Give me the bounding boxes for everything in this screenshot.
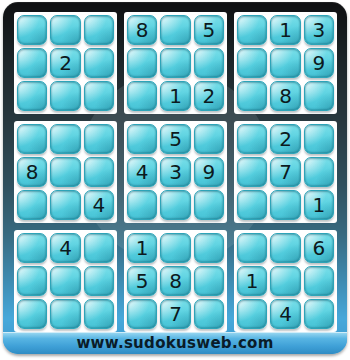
box-r3c2: 1587	[124, 230, 227, 332]
cell-r5c6: 9	[194, 157, 224, 187]
cell-r7c5[interactable]	[160, 233, 190, 263]
cell-r2c3[interactable]	[84, 48, 114, 78]
cell-r6c8[interactable]	[270, 190, 300, 220]
cell-r9c6[interactable]	[194, 299, 224, 329]
footer-bar: www.sudokusweb.com	[3, 332, 347, 354]
cell-r7c3[interactable]	[84, 233, 114, 263]
cell-r6c9: 1	[304, 190, 334, 220]
cell-r8c5: 8	[160, 266, 190, 296]
cell-r7c9: 6	[304, 233, 334, 263]
cell-r1c4: 8	[127, 15, 157, 45]
cell-r6c1[interactable]	[17, 190, 47, 220]
cell-r2c7[interactable]	[237, 48, 267, 78]
cell-r2c2: 2	[50, 48, 80, 78]
cell-r7c7[interactable]	[237, 233, 267, 263]
cell-r7c1[interactable]	[17, 233, 47, 263]
cell-r8c6[interactable]	[194, 266, 224, 296]
cell-r4c8: 2	[270, 124, 300, 154]
cell-r9c9[interactable]	[304, 299, 334, 329]
cell-r2c1[interactable]	[17, 48, 47, 78]
box-r2c1: 84	[14, 121, 117, 223]
cell-r3c1[interactable]	[17, 81, 47, 111]
cell-r9c8: 4	[270, 299, 300, 329]
cell-r4c3[interactable]	[84, 124, 114, 154]
cell-r3c6: 2	[194, 81, 224, 111]
cell-r9c7[interactable]	[237, 299, 267, 329]
cell-r9c4[interactable]	[127, 299, 157, 329]
box-r1c3: 1398	[234, 12, 337, 114]
cell-r5c7[interactable]	[237, 157, 267, 187]
sudoku-board: 28512139884543927141587614 www.sudokuswe…	[3, 2, 347, 354]
cell-r9c3[interactable]	[84, 299, 114, 329]
cell-r1c9: 3	[304, 15, 334, 45]
cell-r2c9: 9	[304, 48, 334, 78]
cell-r4c5: 5	[160, 124, 190, 154]
cell-r6c4[interactable]	[127, 190, 157, 220]
cell-r6c6[interactable]	[194, 190, 224, 220]
box-r2c3: 271	[234, 121, 337, 223]
cell-r3c7[interactable]	[237, 81, 267, 111]
cell-r4c4[interactable]	[127, 124, 157, 154]
cell-r5c3[interactable]	[84, 157, 114, 187]
cell-r7c2: 4	[50, 233, 80, 263]
cell-r6c3: 4	[84, 190, 114, 220]
cell-r6c7[interactable]	[237, 190, 267, 220]
cell-r2c6[interactable]	[194, 48, 224, 78]
box-r3c3: 614	[234, 230, 337, 332]
cell-r4c2[interactable]	[50, 124, 80, 154]
cell-r4c9[interactable]	[304, 124, 334, 154]
cell-r3c2[interactable]	[50, 81, 80, 111]
cell-r4c7[interactable]	[237, 124, 267, 154]
cell-r7c6[interactable]	[194, 233, 224, 263]
cell-r1c1[interactable]	[17, 15, 47, 45]
cell-r3c9[interactable]	[304, 81, 334, 111]
cell-r8c1[interactable]	[17, 266, 47, 296]
cell-r1c7[interactable]	[237, 15, 267, 45]
cell-r1c5[interactable]	[160, 15, 190, 45]
sudoku-grid: 28512139884543927141587614	[3, 2, 347, 332]
cell-r2c8[interactable]	[270, 48, 300, 78]
cell-r9c1[interactable]	[17, 299, 47, 329]
cell-r7c4: 1	[127, 233, 157, 263]
cell-r2c5[interactable]	[160, 48, 190, 78]
cell-r6c2[interactable]	[50, 190, 80, 220]
cell-r1c2[interactable]	[50, 15, 80, 45]
cell-r5c2[interactable]	[50, 157, 80, 187]
cell-r8c4: 5	[127, 266, 157, 296]
cell-r8c7: 1	[237, 266, 267, 296]
cell-r5c5: 3	[160, 157, 190, 187]
cell-r5c1: 8	[17, 157, 47, 187]
box-r3c1: 4	[14, 230, 117, 332]
cell-r6c5[interactable]	[160, 190, 190, 220]
cell-r3c5: 1	[160, 81, 190, 111]
cell-r8c3[interactable]	[84, 266, 114, 296]
cell-r5c9[interactable]	[304, 157, 334, 187]
cell-r8c8[interactable]	[270, 266, 300, 296]
cell-r4c1[interactable]	[17, 124, 47, 154]
website-link[interactable]: www.sudokusweb.com	[76, 334, 273, 352]
cell-r3c4[interactable]	[127, 81, 157, 111]
cell-r8c9[interactable]	[304, 266, 334, 296]
cell-r8c2[interactable]	[50, 266, 80, 296]
cell-r9c2[interactable]	[50, 299, 80, 329]
cell-r3c8: 8	[270, 81, 300, 111]
box-r1c2: 8512	[124, 12, 227, 114]
cell-r5c8: 7	[270, 157, 300, 187]
box-r2c2: 5439	[124, 121, 227, 223]
cell-r7c8[interactable]	[270, 233, 300, 263]
cell-r9c5: 7	[160, 299, 190, 329]
cell-r5c4: 4	[127, 157, 157, 187]
cell-r1c3[interactable]	[84, 15, 114, 45]
cell-r3c3[interactable]	[84, 81, 114, 111]
cell-r4c6[interactable]	[194, 124, 224, 154]
cell-r1c8: 1	[270, 15, 300, 45]
box-r1c1: 2	[14, 12, 117, 114]
cell-r1c6: 5	[194, 15, 224, 45]
cell-r2c4[interactable]	[127, 48, 157, 78]
